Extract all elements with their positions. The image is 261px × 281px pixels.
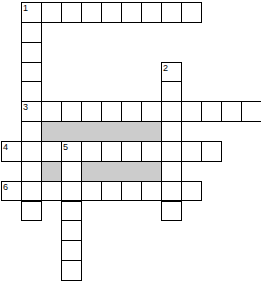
crossword-cell[interactable]: 2 (161, 62, 182, 83)
crossword-cell[interactable] (21, 62, 42, 83)
crossword-cell[interactable] (41, 181, 62, 202)
crossword-cell[interactable] (21, 141, 42, 162)
crossword-cell[interactable] (61, 161, 82, 182)
crossword-cell[interactable] (221, 101, 242, 122)
crossword-cell[interactable] (101, 101, 122, 122)
crossword-cell[interactable]: 3 (21, 101, 42, 122)
crossword-cell[interactable] (121, 101, 142, 122)
crossword-cell[interactable] (61, 240, 82, 261)
crossword-cell[interactable] (61, 101, 82, 122)
crossword-cell[interactable] (81, 101, 102, 122)
clue-number: 2 (163, 63, 168, 73)
crossword-cell[interactable] (61, 2, 82, 23)
crossword-cell[interactable] (181, 101, 202, 122)
crossword-cell[interactable] (81, 2, 102, 23)
crossword-cell[interactable] (121, 181, 142, 202)
crossword-cell[interactable] (161, 121, 182, 142)
clue-number: 3 (23, 102, 28, 112)
clue-number: 1 (23, 3, 28, 13)
crossword-cell[interactable] (141, 2, 162, 23)
crossword-cell[interactable] (141, 141, 162, 162)
crossword-cell[interactable] (21, 161, 42, 182)
shaded-block (81, 161, 162, 182)
crossword-cell[interactable] (21, 81, 42, 102)
shaded-block (41, 121, 162, 142)
crossword-cell[interactable] (41, 101, 62, 122)
page: { "game": "crossword", "description": "E… (0, 0, 261, 281)
crossword-cell[interactable] (61, 260, 82, 281)
crossword-cell[interactable] (21, 42, 42, 63)
crossword-cell[interactable] (141, 101, 162, 122)
crossword-cell[interactable] (161, 161, 182, 182)
crossword-cell[interactable] (181, 2, 202, 23)
crossword-cell[interactable] (41, 141, 62, 162)
crossword-cell[interactable] (21, 22, 42, 43)
crossword-cell[interactable] (61, 181, 82, 202)
crossword-cell[interactable]: 1 (21, 2, 42, 23)
crossword-cell[interactable] (141, 181, 162, 202)
crossword-cell[interactable] (161, 201, 182, 222)
crossword-cell[interactable] (161, 2, 182, 23)
crossword-cell[interactable] (101, 181, 122, 202)
crossword-cell[interactable] (161, 81, 182, 102)
crossword-cell[interactable] (121, 141, 142, 162)
crossword-cell[interactable] (161, 181, 182, 202)
crossword-cell[interactable] (181, 141, 202, 162)
crossword-cell[interactable] (241, 101, 261, 122)
crossword-cell[interactable] (161, 141, 182, 162)
clue-number: 5 (63, 142, 68, 152)
crossword-cell[interactable] (181, 181, 202, 202)
crossword-cell[interactable]: 4 (1, 141, 22, 162)
crossword-cell[interactable] (101, 141, 122, 162)
shaded-block (41, 161, 62, 182)
crossword-cell[interactable] (101, 2, 122, 23)
crossword-cell[interactable] (21, 181, 42, 202)
crossword-cell[interactable]: 6 (1, 181, 22, 202)
crossword-cell[interactable] (161, 101, 182, 122)
crossword-cell[interactable] (21, 201, 42, 222)
crossword-cell[interactable] (121, 2, 142, 23)
crossword-grid: 123456 (0, 0, 261, 281)
crossword-cell[interactable] (61, 220, 82, 241)
crossword-cell[interactable] (201, 141, 222, 162)
clue-number: 4 (3, 142, 8, 152)
crossword-cell[interactable] (81, 181, 102, 202)
crossword-cell[interactable] (21, 121, 42, 142)
crossword-cell[interactable] (201, 101, 222, 122)
crossword-cell[interactable] (81, 141, 102, 162)
crossword-cell[interactable] (41, 2, 62, 23)
clue-number: 6 (3, 182, 8, 192)
crossword-cell[interactable] (61, 201, 82, 222)
crossword-cell[interactable]: 5 (61, 141, 82, 162)
